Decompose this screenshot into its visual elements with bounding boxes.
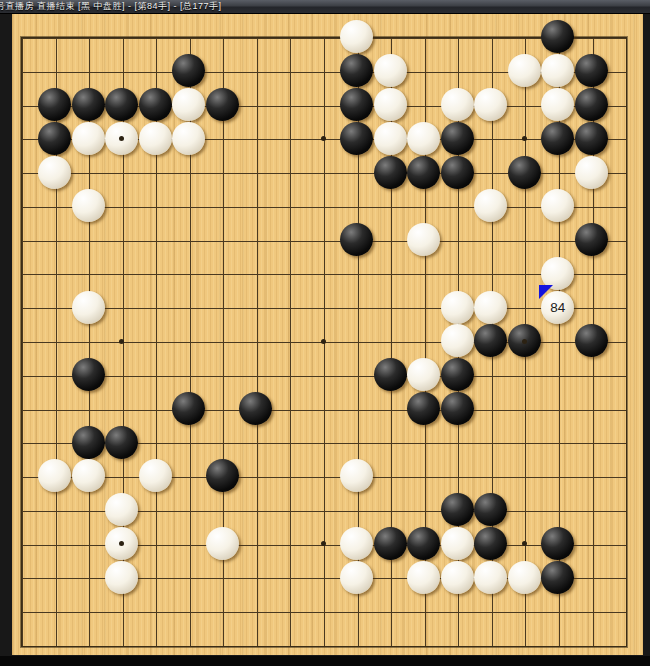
stone-white bbox=[340, 561, 373, 594]
stone-white bbox=[407, 358, 440, 391]
stone-black bbox=[72, 358, 105, 391]
stone-black bbox=[441, 122, 474, 155]
stone-black bbox=[407, 527, 440, 560]
stone-black bbox=[474, 493, 507, 526]
star-point bbox=[321, 541, 326, 546]
stone-white bbox=[172, 88, 205, 121]
stone-black bbox=[139, 88, 172, 121]
stone-white bbox=[139, 459, 172, 492]
stone-black bbox=[340, 88, 373, 121]
stone-white bbox=[72, 291, 105, 324]
stone-white bbox=[139, 122, 172, 155]
stone-black bbox=[407, 392, 440, 425]
stone-white bbox=[441, 561, 474, 594]
stone-white bbox=[105, 493, 138, 526]
stone-white bbox=[374, 122, 407, 155]
stone-black bbox=[105, 88, 138, 121]
stone-black bbox=[72, 426, 105, 459]
stone-white bbox=[541, 88, 574, 121]
stone-black bbox=[441, 358, 474, 391]
stone-black bbox=[541, 561, 574, 594]
stone-black bbox=[340, 54, 373, 87]
stone-white bbox=[172, 122, 205, 155]
stone-white bbox=[441, 291, 474, 324]
stone-black bbox=[575, 88, 608, 121]
stone-black bbox=[541, 20, 574, 53]
stone-black bbox=[541, 527, 574, 560]
stone-black bbox=[575, 324, 608, 357]
stone-white bbox=[441, 324, 474, 357]
stone-black bbox=[239, 392, 272, 425]
stone-black bbox=[38, 122, 71, 155]
stone-white bbox=[474, 189, 507, 222]
star-point bbox=[119, 136, 124, 141]
stone-black bbox=[374, 527, 407, 560]
stone-white bbox=[374, 54, 407, 87]
star-point bbox=[321, 339, 326, 344]
blue-triangle-marker-icon bbox=[539, 285, 553, 299]
stone-black bbox=[575, 122, 608, 155]
stone-white bbox=[340, 20, 373, 53]
stone-white bbox=[72, 189, 105, 222]
stone-white bbox=[72, 459, 105, 492]
stone-black bbox=[441, 392, 474, 425]
stone-black bbox=[474, 324, 507, 357]
stone-black bbox=[474, 527, 507, 560]
stone-white bbox=[407, 122, 440, 155]
app-window: 号直播房 直播结束 [黑 中盘胜] - [第84手] - [总177手] 84 bbox=[0, 0, 650, 666]
star-point bbox=[119, 339, 124, 344]
stone-white bbox=[474, 561, 507, 594]
stone-white bbox=[206, 527, 239, 560]
stone-white bbox=[340, 527, 373, 560]
stone-black bbox=[441, 493, 474, 526]
stone-black bbox=[206, 459, 239, 492]
stone-black bbox=[508, 156, 541, 189]
star-point bbox=[321, 136, 326, 141]
stone-black bbox=[374, 156, 407, 189]
stone-white bbox=[407, 223, 440, 256]
stone-white bbox=[374, 88, 407, 121]
stone-black bbox=[340, 223, 373, 256]
stone-black bbox=[72, 88, 105, 121]
stone-white bbox=[575, 156, 608, 189]
stone-black bbox=[172, 392, 205, 425]
title-bar: 号直播房 直播结束 [黑 中盘胜] - [第84手] - [总177手] bbox=[0, 0, 650, 14]
stone-white bbox=[38, 459, 71, 492]
stone-white bbox=[541, 54, 574, 87]
stone-white bbox=[340, 459, 373, 492]
stone-black bbox=[340, 122, 373, 155]
stone-white bbox=[72, 122, 105, 155]
window-bottom-edge bbox=[0, 656, 650, 666]
window-title: 号直播房 直播结束 [黑 中盘胜] - [第84手] - [总177手] bbox=[0, 0, 222, 13]
stone-black bbox=[407, 156, 440, 189]
stone-black bbox=[38, 88, 71, 121]
star-point bbox=[522, 136, 527, 141]
stone-black bbox=[374, 358, 407, 391]
stone-black bbox=[575, 223, 608, 256]
star-point bbox=[522, 339, 527, 344]
board-frame: 84 bbox=[12, 14, 643, 655]
stone-white bbox=[441, 88, 474, 121]
stone-white bbox=[38, 156, 71, 189]
stone-white bbox=[508, 561, 541, 594]
stone-white bbox=[407, 561, 440, 594]
stone-black bbox=[575, 54, 608, 87]
stone-white bbox=[508, 54, 541, 87]
stone-black bbox=[172, 54, 205, 87]
stone-black bbox=[105, 426, 138, 459]
stone-white: 84 bbox=[541, 291, 574, 324]
stone-black bbox=[541, 122, 574, 155]
stone-black bbox=[206, 88, 239, 121]
stone-black bbox=[441, 156, 474, 189]
stone-white bbox=[105, 561, 138, 594]
stone-white bbox=[441, 527, 474, 560]
stone-white bbox=[541, 189, 574, 222]
stone-white bbox=[474, 88, 507, 121]
stone-white bbox=[474, 291, 507, 324]
